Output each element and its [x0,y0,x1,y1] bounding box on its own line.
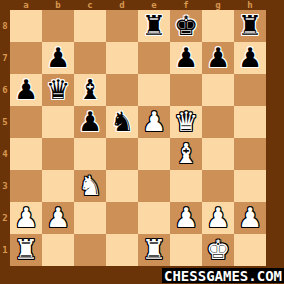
piece-black-rook-e8[interactable]: ♜ [138,10,170,42]
piece-white-bishop-f4[interactable]: ♝ [170,138,202,170]
file-label-f: f [170,0,202,10]
square-f1[interactable] [170,234,202,266]
square-f3[interactable] [170,170,202,202]
square-a4[interactable] [10,138,42,170]
piece-white-pawn-g2[interactable]: ♟ [202,202,234,234]
square-f4[interactable]: ♝ [170,138,202,170]
square-a3[interactable] [10,170,42,202]
rank-label-7: 7 [0,42,10,74]
square-b3[interactable] [42,170,74,202]
piece-black-pawn-b7[interactable]: ♟ [42,42,74,74]
square-e7[interactable] [138,42,170,74]
square-g8[interactable] [202,10,234,42]
piece-white-rook-e1[interactable]: ♜ [138,234,170,266]
square-a1[interactable]: ♜ [10,234,42,266]
rank-label-4: 4 [0,138,10,170]
square-f5[interactable]: ♛ [170,106,202,138]
square-f6[interactable] [170,74,202,106]
rank-label-1: 1 [0,234,10,266]
square-a6[interactable]: ♟ [10,74,42,106]
piece-black-rook-h8[interactable]: ♜ [234,10,266,42]
piece-white-pawn-f2[interactable]: ♟ [170,202,202,234]
square-d3[interactable] [106,170,138,202]
square-e5[interactable]: ♟ [138,106,170,138]
square-g4[interactable] [202,138,234,170]
square-c7[interactable] [74,42,106,74]
square-f8[interactable]: ♚ [170,10,202,42]
square-a5[interactable] [10,106,42,138]
square-h5[interactable] [234,106,266,138]
square-f2[interactable]: ♟ [170,202,202,234]
file-label-g: g [202,0,234,10]
square-e4[interactable] [138,138,170,170]
piece-black-pawn-g7[interactable]: ♟ [202,42,234,74]
piece-white-queen-f5[interactable]: ♛ [170,106,202,138]
square-d7[interactable] [106,42,138,74]
square-e3[interactable] [138,170,170,202]
square-d5[interactable]: ♞ [106,106,138,138]
square-g5[interactable] [202,106,234,138]
square-d2[interactable] [106,202,138,234]
square-g1[interactable]: ♚ [202,234,234,266]
rank-label-2: 2 [0,202,10,234]
square-g6[interactable] [202,74,234,106]
rank-label-3: 3 [0,170,10,202]
rank-label-8: 8 [0,10,10,42]
piece-white-knight-c3[interactable]: ♞ [74,170,106,202]
square-e1[interactable]: ♜ [138,234,170,266]
square-g2[interactable]: ♟ [202,202,234,234]
square-c3[interactable]: ♞ [74,170,106,202]
square-d8[interactable] [106,10,138,42]
square-b1[interactable] [42,234,74,266]
file-label-a: a [10,0,42,10]
rank-label-5: 5 [0,106,10,138]
square-h8[interactable]: ♜ [234,10,266,42]
square-d6[interactable] [106,74,138,106]
piece-black-pawn-a6[interactable]: ♟ [10,74,42,106]
square-b7[interactable]: ♟ [42,42,74,74]
file-labels: abcdefgh [10,0,266,10]
square-d4[interactable] [106,138,138,170]
branding-watermark: CHESSGAMES.COM [162,268,284,283]
square-c2[interactable] [74,202,106,234]
square-b8[interactable] [42,10,74,42]
piece-white-pawn-a2[interactable]: ♟ [10,202,42,234]
piece-white-pawn-e5[interactable]: ♟ [138,106,170,138]
piece-black-king-f8[interactable]: ♚ [170,10,202,42]
square-a8[interactable] [10,10,42,42]
piece-black-pawn-c5[interactable]: ♟ [74,106,106,138]
square-b5[interactable] [42,106,74,138]
board: ♜♚♜♟♟♟♟♟♛♝♟♞♟♛♝♞♟♟♟♟♟♜♜♚ [10,10,266,266]
square-g7[interactable]: ♟ [202,42,234,74]
square-h2[interactable]: ♟ [234,202,266,234]
square-c5[interactable]: ♟ [74,106,106,138]
square-h4[interactable] [234,138,266,170]
square-b2[interactable]: ♟ [42,202,74,234]
square-e8[interactable]: ♜ [138,10,170,42]
square-h1[interactable] [234,234,266,266]
chess-diagram: abcdefgh 87654321 ♜♚♜♟♟♟♟♟♛♝♟♞♟♛♝♞♟♟♟♟♟♜… [0,0,284,284]
piece-black-knight-d5[interactable]: ♞ [106,106,138,138]
piece-black-pawn-f7[interactable]: ♟ [170,42,202,74]
file-label-e: e [138,0,170,10]
square-e6[interactable] [138,74,170,106]
square-c4[interactable] [74,138,106,170]
square-f7[interactable]: ♟ [170,42,202,74]
file-label-b: b [42,0,74,10]
square-g3[interactable] [202,170,234,202]
file-label-d: d [106,0,138,10]
piece-white-pawn-h2[interactable]: ♟ [234,202,266,234]
rank-label-6: 6 [0,74,10,106]
square-h3[interactable] [234,170,266,202]
piece-black-bishop-c6[interactable]: ♝ [74,74,106,106]
square-h7[interactable]: ♟ [234,42,266,74]
piece-white-rook-a1[interactable]: ♜ [10,234,42,266]
piece-black-queen-b6[interactable]: ♛ [42,74,74,106]
square-d1[interactable] [106,234,138,266]
square-c1[interactable] [74,234,106,266]
square-a7[interactable] [10,42,42,74]
square-h6[interactable] [234,74,266,106]
square-b4[interactable] [42,138,74,170]
file-label-c: c [74,0,106,10]
piece-white-king-g1[interactable]: ♚ [202,234,234,266]
square-b6[interactable]: ♛ [42,74,74,106]
square-e2[interactable] [138,202,170,234]
square-a2[interactable]: ♟ [10,202,42,234]
file-label-h: h [234,0,266,10]
piece-black-pawn-h7[interactable]: ♟ [234,42,266,74]
rank-labels: 87654321 [0,10,10,266]
square-c6[interactable]: ♝ [74,74,106,106]
square-c8[interactable] [74,10,106,42]
piece-white-pawn-b2[interactable]: ♟ [42,202,74,234]
